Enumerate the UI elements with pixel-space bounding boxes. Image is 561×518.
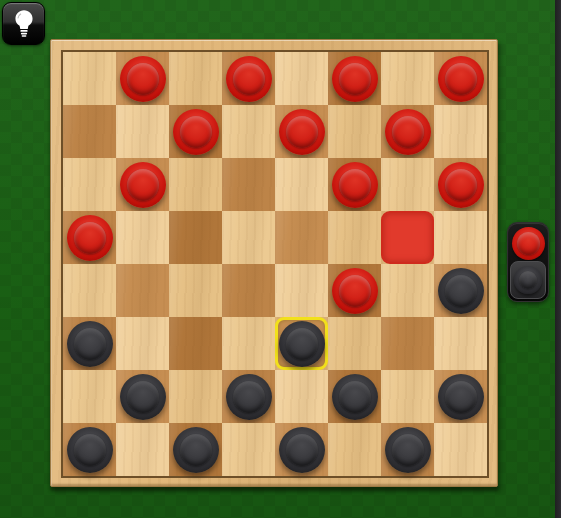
board-square[interactable]: [222, 52, 275, 105]
board-square: [169, 264, 222, 317]
board-square[interactable]: [434, 264, 487, 317]
board-square: [275, 52, 328, 105]
black-piece[interactable]: [438, 374, 484, 420]
board-square[interactable]: [222, 158, 275, 211]
board-square: [116, 105, 169, 158]
board-square: [63, 264, 116, 317]
lightbulb-icon: [11, 9, 37, 39]
board-square[interactable]: [275, 105, 328, 158]
black-piece[interactable]: [279, 427, 325, 473]
red-piece[interactable]: [279, 109, 325, 155]
board-square[interactable]: [328, 370, 381, 423]
board-square[interactable]: [275, 211, 328, 264]
red-piece[interactable]: [226, 56, 272, 102]
board-square[interactable]: [381, 105, 434, 158]
black-piece[interactable]: [332, 374, 378, 420]
red-piece[interactable]: [173, 109, 219, 155]
board-square: [275, 264, 328, 317]
board-square: [381, 52, 434, 105]
board-square: [381, 264, 434, 317]
red-piece[interactable]: [332, 162, 378, 208]
black-piece[interactable]: [173, 427, 219, 473]
board-square[interactable]: [116, 370, 169, 423]
black-piece[interactable]: [226, 374, 272, 420]
board-square: [116, 211, 169, 264]
red-piece[interactable]: [67, 215, 113, 261]
board-square[interactable]: [328, 264, 381, 317]
board-square[interactable]: [381, 317, 434, 370]
move-target-square[interactable]: [381, 211, 434, 264]
board-square: [222, 317, 275, 370]
board-square: [328, 105, 381, 158]
red-piece[interactable]: [120, 162, 166, 208]
black-piece[interactable]: [385, 427, 431, 473]
red-checker-icon: 1: [512, 227, 545, 260]
board-square[interactable]: [169, 105, 222, 158]
red-piece[interactable]: [120, 56, 166, 102]
board-grid: [61, 50, 489, 478]
board-square[interactable]: [222, 370, 275, 423]
black-piece[interactable]: [120, 374, 166, 420]
board-square: [116, 317, 169, 370]
board-square: [328, 211, 381, 264]
red-score-value: 1: [512, 227, 545, 260]
red-piece[interactable]: [332, 56, 378, 102]
board-square[interactable]: [169, 317, 222, 370]
board-square[interactable]: [169, 423, 222, 476]
board-square: [222, 211, 275, 264]
board-square: [434, 211, 487, 264]
board-square[interactable]: [434, 52, 487, 105]
board-square: [116, 423, 169, 476]
black-score-value: 0: [514, 266, 542, 294]
board-square: [63, 52, 116, 105]
board-square[interactable]: [63, 211, 116, 264]
selected-square[interactable]: [275, 317, 328, 370]
board-square: [63, 158, 116, 211]
score-panel: 1 0: [507, 222, 549, 302]
board-square[interactable]: [169, 211, 222, 264]
red-score-indicator: 1: [508, 227, 548, 260]
checkers-board: [50, 39, 498, 487]
board-square: [222, 105, 275, 158]
board-square: [434, 423, 487, 476]
board-square[interactable]: [116, 52, 169, 105]
red-piece[interactable]: [438, 56, 484, 102]
board-square: [222, 423, 275, 476]
board-square[interactable]: [434, 158, 487, 211]
board-square: [381, 370, 434, 423]
window-edge-strip: [555, 0, 561, 518]
board-square: [169, 52, 222, 105]
black-checker-icon: 0: [514, 266, 542, 294]
board-square: [434, 105, 487, 158]
board-square[interactable]: [116, 158, 169, 211]
red-piece[interactable]: [385, 109, 431, 155]
board-square[interactable]: [275, 423, 328, 476]
board-square[interactable]: [222, 264, 275, 317]
board-square[interactable]: [63, 105, 116, 158]
hint-button[interactable]: [2, 2, 45, 45]
board-square[interactable]: [63, 423, 116, 476]
game-background: 1 0: [0, 0, 561, 518]
board-square: [434, 317, 487, 370]
board-square: [275, 370, 328, 423]
black-score-indicator: 0: [510, 261, 546, 299]
board-square[interactable]: [116, 264, 169, 317]
board-square: [275, 158, 328, 211]
board-square: [328, 423, 381, 476]
red-piece[interactable]: [332, 268, 378, 314]
black-piece[interactable]: [67, 427, 113, 473]
board-square: [169, 158, 222, 211]
board-square[interactable]: [434, 370, 487, 423]
board-square[interactable]: [381, 423, 434, 476]
board-square[interactable]: [328, 158, 381, 211]
black-piece[interactable]: [438, 268, 484, 314]
board-square[interactable]: [63, 317, 116, 370]
board-square: [328, 317, 381, 370]
board-square[interactable]: [328, 52, 381, 105]
board-square: [63, 370, 116, 423]
red-piece[interactable]: [438, 162, 484, 208]
black-piece[interactable]: [67, 321, 113, 367]
black-piece[interactable]: [279, 321, 325, 367]
board-square: [381, 158, 434, 211]
board-square: [169, 370, 222, 423]
